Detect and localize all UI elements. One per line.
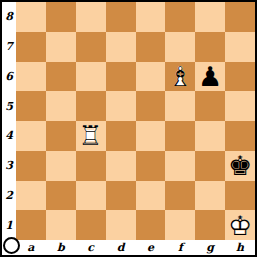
square-a1[interactable] xyxy=(16,210,46,240)
chess-board[interactable]: ♝♗♟♜♖♚♚♔ xyxy=(16,2,255,240)
square-g6[interactable]: ♟ xyxy=(195,62,225,92)
square-h5[interactable] xyxy=(225,91,255,121)
square-c7[interactable] xyxy=(76,32,106,62)
square-h6[interactable] xyxy=(225,62,255,92)
square-c4[interactable]: ♜♖ xyxy=(76,121,106,151)
square-b6[interactable] xyxy=(46,62,76,92)
file-label-c: c xyxy=(76,240,106,254)
rank-label-2: 2 xyxy=(2,181,16,211)
file-label-f: f xyxy=(165,240,195,254)
square-d5[interactable] xyxy=(106,91,136,121)
square-e8[interactable] xyxy=(136,2,166,32)
square-f4[interactable] xyxy=(165,121,195,151)
file-label-a: a xyxy=(16,240,46,254)
square-h7[interactable] xyxy=(225,32,255,62)
rank-label-8: 8 xyxy=(2,2,16,32)
square-e2[interactable] xyxy=(136,181,166,211)
square-g8[interactable] xyxy=(195,2,225,32)
square-d7[interactable] xyxy=(106,32,136,62)
square-d6[interactable] xyxy=(106,62,136,92)
square-b7[interactable] xyxy=(46,32,76,62)
white-bishop[interactable]: ♝♗ xyxy=(165,62,195,92)
rank-label-3: 3 xyxy=(2,151,16,181)
square-b3[interactable] xyxy=(46,151,76,181)
square-f5[interactable] xyxy=(165,91,195,121)
square-f8[interactable] xyxy=(165,2,195,32)
square-c5[interactable] xyxy=(76,91,106,121)
black-king[interactable]: ♚ xyxy=(225,151,255,181)
rank-label-6: 6 xyxy=(2,62,16,92)
square-e3[interactable] xyxy=(136,151,166,181)
square-c3[interactable] xyxy=(76,151,106,181)
square-g1[interactable] xyxy=(195,210,225,240)
square-e6[interactable] xyxy=(136,62,166,92)
square-d1[interactable] xyxy=(106,210,136,240)
square-h1[interactable]: ♚♔ xyxy=(225,210,255,240)
square-g5[interactable] xyxy=(195,91,225,121)
square-a3[interactable] xyxy=(16,151,46,181)
file-label-g: g xyxy=(195,240,225,254)
piece-outline-glyph: ♔ xyxy=(225,210,255,240)
square-a5[interactable] xyxy=(16,91,46,121)
square-f3[interactable] xyxy=(165,151,195,181)
piece-fill-glyph: ♟ xyxy=(195,62,225,92)
piece-outline-glyph: ♗ xyxy=(165,62,195,92)
square-b5[interactable] xyxy=(46,91,76,121)
file-label-h: h xyxy=(225,240,255,254)
square-c2[interactable] xyxy=(76,181,106,211)
square-f1[interactable] xyxy=(165,210,195,240)
square-b4[interactable] xyxy=(46,121,76,151)
square-b2[interactable] xyxy=(46,181,76,211)
square-h2[interactable] xyxy=(225,181,255,211)
rank-labels: 87654321 xyxy=(2,2,16,240)
square-c8[interactable] xyxy=(76,2,106,32)
square-b1[interactable] xyxy=(46,210,76,240)
white-rook[interactable]: ♜♖ xyxy=(76,121,106,151)
rank-label-5: 5 xyxy=(2,91,16,121)
square-d4[interactable] xyxy=(106,121,136,151)
square-g7[interactable] xyxy=(195,32,225,62)
square-e5[interactable] xyxy=(136,91,166,121)
white-king[interactable]: ♚♔ xyxy=(225,210,255,240)
square-h3[interactable]: ♚ xyxy=(225,151,255,181)
square-a2[interactable] xyxy=(16,181,46,211)
square-e1[interactable] xyxy=(136,210,166,240)
rank-label-1: 1 xyxy=(2,210,16,240)
square-a8[interactable] xyxy=(16,2,46,32)
square-c6[interactable] xyxy=(76,62,106,92)
square-f7[interactable] xyxy=(165,32,195,62)
square-f6[interactable]: ♝♗ xyxy=(165,62,195,92)
piece-outline-glyph: ♖ xyxy=(76,121,106,151)
square-a6[interactable] xyxy=(16,62,46,92)
square-a4[interactable] xyxy=(16,121,46,151)
square-c1[interactable] xyxy=(76,210,106,240)
square-e7[interactable] xyxy=(136,32,166,62)
square-g3[interactable] xyxy=(195,151,225,181)
square-f2[interactable] xyxy=(165,181,195,211)
square-d8[interactable] xyxy=(106,2,136,32)
square-b8[interactable] xyxy=(46,2,76,32)
square-h8[interactable] xyxy=(225,2,255,32)
white-to-move-indicator xyxy=(3,237,20,254)
piece-fill-glyph: ♚ xyxy=(225,151,255,181)
file-label-e: e xyxy=(136,240,166,254)
rank-label-7: 7 xyxy=(2,32,16,62)
square-e4[interactable] xyxy=(136,121,166,151)
square-g2[interactable] xyxy=(195,181,225,211)
rank-label-4: 4 xyxy=(2,121,16,151)
square-d2[interactable] xyxy=(106,181,136,211)
square-h4[interactable] xyxy=(225,121,255,151)
square-a7[interactable] xyxy=(16,32,46,62)
square-g4[interactable] xyxy=(195,121,225,151)
file-label-b: b xyxy=(46,240,76,254)
square-d3[interactable] xyxy=(106,151,136,181)
file-labels: abcdefgh xyxy=(16,240,255,254)
black-pawn[interactable]: ♟ xyxy=(195,62,225,92)
chess-diagram: 87654321 ♝♗♟♜♖♚♚♔ abcdefgh xyxy=(0,0,257,257)
file-label-d: d xyxy=(106,240,136,254)
